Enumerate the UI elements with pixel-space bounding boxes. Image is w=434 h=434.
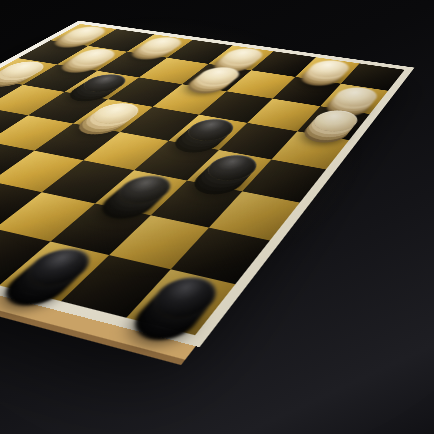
board-perspective: ⛀⛀⛀⛀⛀⛀⛀⛀⛂⛀⛀⛂⛂⛂⛂⛂: [0, 0, 434, 434]
photo-scene: ⛀⛀⛀⛀⛀⛀⛀⛀⛂⛀⛀⛂⛂⛂⛂⛂: [0, 0, 434, 434]
white-piece[interactable]: ⛀: [329, 85, 382, 109]
board-3d-wrapper: ⛀⛀⛀⛀⛀⛀⛀⛀⛂⛀⛀⛂⛂⛂⛂⛂: [0, 21, 414, 348]
board-frame: ⛀⛀⛀⛀⛀⛀⛀⛀⛂⛀⛀⛂⛂⛂⛂⛂: [0, 21, 414, 348]
checkers-board: ⛀⛀⛀⛀⛀⛀⛀⛀⛂⛀⛀⛂⛂⛂⛂⛂: [0, 24, 405, 335]
white-piece[interactable]: ⛀: [307, 108, 364, 134]
